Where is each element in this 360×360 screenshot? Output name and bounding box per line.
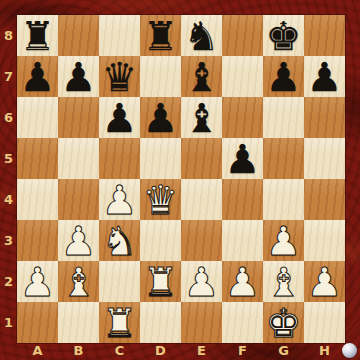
black-king-g8: ♚: [263, 15, 304, 56]
file-label-e: E: [181, 343, 222, 360]
square-f6[interactable]: [222, 97, 263, 138]
white-bishop-b2: ♝: [58, 261, 99, 302]
square-d8[interactable]: ♜: [140, 15, 181, 56]
square-e2[interactable]: ♟: [181, 261, 222, 302]
square-a1[interactable]: [17, 302, 58, 343]
black-pawn-h7: ♟: [304, 56, 345, 97]
file-label-f: F: [222, 343, 263, 360]
rank-label-7: 7: [0, 56, 17, 97]
white-knight-c3: ♞: [99, 220, 140, 261]
file-label-b: B: [58, 343, 99, 360]
rank-label-3: 3: [0, 220, 17, 261]
square-e3[interactable]: [181, 220, 222, 261]
black-rook-d8: ♜: [140, 15, 181, 56]
black-rook-a8: ♜: [17, 15, 58, 56]
square-g4[interactable]: [263, 179, 304, 220]
square-a3[interactable]: [17, 220, 58, 261]
rank-coordinates: 87654321: [0, 15, 17, 343]
square-b6[interactable]: [58, 97, 99, 138]
square-f4[interactable]: [222, 179, 263, 220]
black-knight-e8: ♞: [181, 15, 222, 56]
square-a2[interactable]: ♟: [17, 261, 58, 302]
chess-board: ♜♜♞♚♟♟♛♝♟♟♟♟♝♟♟♛♟♞♟♟♝♜♟♟♝♟♜♚: [17, 15, 345, 343]
black-pawn-b7: ♟: [58, 56, 99, 97]
square-h8[interactable]: [304, 15, 345, 56]
white-pawn-f2: ♟: [222, 261, 263, 302]
rank-label-6: 6: [0, 97, 17, 138]
black-queen-c7: ♛: [99, 56, 140, 97]
square-f2[interactable]: ♟: [222, 261, 263, 302]
chess-diagram-window: ♜♜♞♚♟♟♛♝♟♟♟♟♝♟♟♛♟♞♟♟♝♜♟♟♝♟♜♚ 87654321 AB…: [0, 0, 360, 360]
square-a5[interactable]: [17, 138, 58, 179]
white-pawn-h2: ♟: [304, 261, 345, 302]
file-label-a: A: [17, 343, 58, 360]
square-g1[interactable]: ♚: [263, 302, 304, 343]
file-label-g: G: [263, 343, 304, 360]
square-h2[interactable]: ♟: [304, 261, 345, 302]
square-d5[interactable]: [140, 138, 181, 179]
square-g8[interactable]: ♚: [263, 15, 304, 56]
square-a8[interactable]: ♜: [17, 15, 58, 56]
square-d6[interactable]: ♟: [140, 97, 181, 138]
white-bishop-g2: ♝: [263, 261, 304, 302]
square-c4[interactable]: ♟: [99, 179, 140, 220]
square-h1[interactable]: [304, 302, 345, 343]
file-label-d: D: [140, 343, 181, 360]
square-b1[interactable]: [58, 302, 99, 343]
rank-label-5: 5: [0, 138, 17, 179]
square-h3[interactable]: [304, 220, 345, 261]
black-bishop-e6: ♝: [181, 97, 222, 138]
white-rook-c1: ♜: [99, 302, 140, 343]
square-c5[interactable]: [99, 138, 140, 179]
square-f7[interactable]: [222, 56, 263, 97]
white-rook-d2: ♜: [140, 261, 181, 302]
square-h6[interactable]: [304, 97, 345, 138]
square-e4[interactable]: [181, 179, 222, 220]
square-b2[interactable]: ♝: [58, 261, 99, 302]
square-g7[interactable]: ♟: [263, 56, 304, 97]
square-a7[interactable]: ♟: [17, 56, 58, 97]
white-pawn-c4: ♟: [99, 179, 140, 220]
square-e5[interactable]: [181, 138, 222, 179]
square-c3[interactable]: ♞: [99, 220, 140, 261]
square-d7[interactable]: [140, 56, 181, 97]
square-f8[interactable]: [222, 15, 263, 56]
square-h7[interactable]: ♟: [304, 56, 345, 97]
square-h5[interactable]: [304, 138, 345, 179]
square-e6[interactable]: ♝: [181, 97, 222, 138]
black-bishop-e7: ♝: [181, 56, 222, 97]
white-pawn-e2: ♟: [181, 261, 222, 302]
square-h4[interactable]: [304, 179, 345, 220]
white-king-g1: ♚: [263, 302, 304, 343]
square-d2[interactable]: ♜: [140, 261, 181, 302]
square-c1[interactable]: ♜: [99, 302, 140, 343]
square-b7[interactable]: ♟: [58, 56, 99, 97]
square-c6[interactable]: ♟: [99, 97, 140, 138]
square-c8[interactable]: [99, 15, 140, 56]
square-c2[interactable]: [99, 261, 140, 302]
black-pawn-c6: ♟: [99, 97, 140, 138]
square-d4[interactable]: ♛: [140, 179, 181, 220]
square-g6[interactable]: [263, 97, 304, 138]
rank-label-8: 8: [0, 15, 17, 56]
white-queen-d4: ♛: [140, 179, 181, 220]
square-e1[interactable]: [181, 302, 222, 343]
square-d1[interactable]: [140, 302, 181, 343]
square-f3[interactable]: [222, 220, 263, 261]
square-e8[interactable]: ♞: [181, 15, 222, 56]
black-pawn-a7: ♟: [17, 56, 58, 97]
white-pawn-b3: ♟: [58, 220, 99, 261]
file-coordinates: ABCDEFGH: [17, 343, 345, 360]
rank-label-2: 2: [0, 261, 17, 302]
square-b5[interactable]: [58, 138, 99, 179]
square-a4[interactable]: [17, 179, 58, 220]
square-b4[interactable]: [58, 179, 99, 220]
black-pawn-g7: ♟: [263, 56, 304, 97]
file-label-h: H: [304, 343, 345, 360]
square-c7[interactable]: ♛: [99, 56, 140, 97]
file-label-c: C: [99, 343, 140, 360]
black-pawn-f5: ♟: [222, 138, 263, 179]
square-g3[interactable]: ♟: [263, 220, 304, 261]
square-g5[interactable]: [263, 138, 304, 179]
square-a6[interactable]: [17, 97, 58, 138]
square-f1[interactable]: [222, 302, 263, 343]
square-f5[interactable]: ♟: [222, 138, 263, 179]
side-to-move-indicator: [342, 343, 357, 358]
square-e7[interactable]: ♝: [181, 56, 222, 97]
white-pawn-g3: ♟: [263, 220, 304, 261]
white-pawn-a2: ♟: [17, 261, 58, 302]
rank-label-1: 1: [0, 302, 17, 343]
rank-label-4: 4: [0, 179, 17, 220]
square-b8[interactable]: [58, 15, 99, 56]
square-g2[interactable]: ♝: [263, 261, 304, 302]
square-d3[interactable]: [140, 220, 181, 261]
square-b3[interactable]: ♟: [58, 220, 99, 261]
black-pawn-d6: ♟: [140, 97, 181, 138]
